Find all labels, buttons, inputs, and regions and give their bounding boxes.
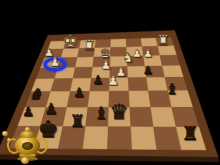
square-b1[interactable] — [141, 38, 158, 47]
piece-white-pawn-e3[interactable]: ♟ — [101, 59, 112, 71]
piece-black-pawn-e5[interactable]: ♟ — [93, 74, 104, 86]
chess-app-window: ♜♚♜♟♟♟♛♞♟♟♟♟♟♟♝♟♞♟♟♝♛♜♚♜ — [0, 0, 220, 165]
piece-black-bishop-e7[interactable]: ♝ — [93, 105, 108, 122]
lamp-medallion — [22, 142, 33, 150]
piece-black-knight-h6[interactable]: ♞ — [30, 87, 43, 102]
square-f4[interactable] — [73, 67, 93, 78]
piece-white-knight-c3[interactable]: ♞ — [122, 51, 134, 64]
piece-white-rook-f1[interactable]: ♜ — [83, 38, 96, 52]
square-d1[interactable] — [111, 39, 127, 48]
lamp-knob — [25, 127, 30, 132]
square-c8[interactable] — [131, 127, 157, 150]
square-a3[interactable] — [160, 55, 180, 66]
piece-black-pawn-g7[interactable]: ♟ — [44, 102, 57, 117]
square-c6[interactable] — [129, 91, 151, 108]
piece-black-pawn-b4[interactable]: ♟ — [143, 65, 153, 76]
piece-black-rook-f8[interactable]: ♜ — [69, 113, 84, 130]
piece-white-pawn-b2[interactable]: ♟ — [143, 48, 153, 59]
piece-black-pawn-h7[interactable]: ♟ — [22, 105, 34, 118]
piece-white-rook-a1[interactable]: ♜ — [157, 33, 170, 47]
square-c7[interactable] — [130, 107, 154, 127]
square-g5[interactable] — [51, 79, 73, 92]
piece-white-pawn-d5[interactable]: ♟ — [107, 74, 119, 87]
square-d8[interactable] — [108, 127, 133, 150]
piece-white-king-g1[interactable]: ♚ — [62, 33, 77, 50]
piece-black-bishop-a6[interactable]: ♝ — [165, 82, 178, 97]
piece-black-pawn-f6[interactable]: ♟ — [73, 86, 85, 99]
piece-white-pawn-g3[interactable]: ♟ — [50, 56, 61, 68]
square-c5[interactable] — [128, 78, 148, 91]
piece-black-queen-d7[interactable]: ♛ — [110, 102, 129, 123]
piece-black-rook-a8[interactable]: ♜ — [181, 124, 198, 143]
square-e8[interactable] — [83, 127, 108, 149]
square-f3[interactable] — [75, 57, 94, 67]
lamp-lid — [20, 131, 35, 138]
square-a4[interactable] — [162, 66, 183, 78]
square-c1[interactable] — [126, 39, 142, 48]
genie-lamp-icon[interactable] — [11, 127, 44, 161]
